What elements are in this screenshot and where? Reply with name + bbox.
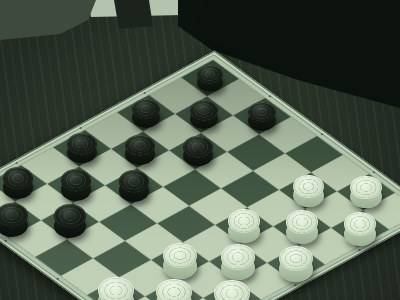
piece-top xyxy=(228,209,261,233)
piece-top xyxy=(3,167,34,190)
pieces-layer xyxy=(0,0,400,300)
black-checker-piece[interactable] xyxy=(190,100,218,129)
white-checker-piece[interactable] xyxy=(156,279,192,300)
piece-top xyxy=(98,277,134,300)
piece-top xyxy=(132,99,160,119)
white-checker-piece[interactable] xyxy=(293,175,324,207)
white-checker-piece[interactable] xyxy=(228,209,261,243)
piece-top xyxy=(119,170,150,193)
white-checker-piece[interactable] xyxy=(350,176,381,208)
piece-top xyxy=(190,100,218,120)
white-checker-piece[interactable] xyxy=(221,244,255,280)
white-checker-piece[interactable] xyxy=(98,277,134,300)
white-checker-piece[interactable] xyxy=(279,246,313,282)
white-checker-piece[interactable] xyxy=(214,280,250,300)
black-checker-piece[interactable] xyxy=(67,133,96,163)
black-checker-piece[interactable] xyxy=(132,99,160,128)
photo-scene xyxy=(0,0,400,300)
piece-top xyxy=(344,212,377,236)
piece-top xyxy=(67,133,96,155)
white-checker-piece[interactable] xyxy=(163,243,197,279)
black-checker-piece[interactable] xyxy=(3,167,34,199)
piece-top xyxy=(197,65,223,84)
piece-top xyxy=(221,244,255,269)
piece-top xyxy=(183,136,212,158)
piece-top xyxy=(293,175,324,198)
black-checker-piece[interactable] xyxy=(197,65,223,92)
piece-top xyxy=(125,135,154,157)
white-checker-piece[interactable] xyxy=(344,212,377,246)
white-checker-piece[interactable] xyxy=(286,210,319,244)
piece-top xyxy=(156,279,192,300)
black-checker-piece[interactable] xyxy=(54,204,86,238)
piece-top xyxy=(61,169,92,192)
black-checker-piece[interactable] xyxy=(125,135,154,165)
black-checker-piece[interactable] xyxy=(61,169,92,201)
piece-top xyxy=(248,102,276,123)
piece-top xyxy=(214,280,250,300)
black-checker-piece[interactable] xyxy=(248,102,276,131)
black-checker-piece[interactable] xyxy=(119,170,150,202)
piece-top xyxy=(350,176,381,199)
black-checker-piece[interactable] xyxy=(0,203,28,237)
black-checker-piece[interactable] xyxy=(183,136,212,166)
